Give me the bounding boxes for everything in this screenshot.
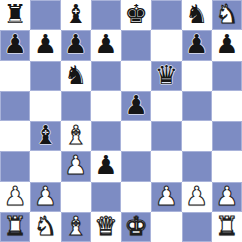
- black-queen-f6[interactable]: ♛: [155, 62, 178, 88]
- square-b5[interactable]: [30, 91, 60, 121]
- black-pawn-c7[interactable]: ♟: [64, 31, 87, 57]
- black-pawn-h7[interactable]: ♟: [215, 31, 238, 57]
- square-a6[interactable]: [0, 61, 30, 91]
- square-c5[interactable]: [61, 91, 91, 121]
- square-b6[interactable]: [30, 61, 60, 91]
- square-c1[interactable]: ♝: [61, 212, 91, 242]
- square-h8[interactable]: ♞: [212, 0, 242, 30]
- white-rook-a1[interactable]: ♜: [3, 213, 26, 239]
- square-c4[interactable]: ♝: [61, 121, 91, 151]
- square-g3[interactable]: [182, 151, 212, 181]
- square-c2[interactable]: [61, 182, 91, 212]
- square-a8[interactable]: ♜: [0, 0, 30, 30]
- black-pawn-a7[interactable]: ♟: [3, 31, 26, 57]
- white-queen-d1[interactable]: ♛: [94, 213, 117, 239]
- square-d8[interactable]: [91, 0, 121, 30]
- square-b3[interactable]: [30, 151, 60, 181]
- square-e4[interactable]: [121, 121, 151, 151]
- square-f7[interactable]: [151, 30, 181, 60]
- square-d7[interactable]: ♟: [91, 30, 121, 60]
- square-h2[interactable]: ♟: [212, 182, 242, 212]
- white-pawn-b2[interactable]: ♟: [34, 183, 57, 209]
- square-c7[interactable]: ♟: [61, 30, 91, 60]
- square-b2[interactable]: ♟: [30, 182, 60, 212]
- square-e5[interactable]: ♟: [121, 91, 151, 121]
- square-f8[interactable]: [151, 0, 181, 30]
- white-knight-b1[interactable]: ♞: [34, 213, 57, 239]
- square-g5[interactable]: [182, 91, 212, 121]
- square-b4[interactable]: ♝: [30, 121, 60, 151]
- square-c3[interactable]: ♟: [61, 151, 91, 181]
- square-g2[interactable]: ♟: [182, 182, 212, 212]
- square-g4[interactable]: [182, 121, 212, 151]
- square-g1[interactable]: [182, 212, 212, 242]
- white-pawn-c3[interactable]: ♟: [64, 152, 87, 178]
- square-a5[interactable]: [0, 91, 30, 121]
- square-h1[interactable]: ♜: [212, 212, 242, 242]
- square-e1[interactable]: ♚: [121, 212, 151, 242]
- square-b1[interactable]: ♞: [30, 212, 60, 242]
- white-pawn-h2[interactable]: ♟: [215, 183, 238, 209]
- square-d1[interactable]: ♛: [91, 212, 121, 242]
- square-h5[interactable]: [212, 91, 242, 121]
- white-bishop-c1[interactable]: ♝: [64, 213, 87, 239]
- black-pawn-b7[interactable]: ♟: [34, 31, 57, 57]
- black-pawn-g7[interactable]: ♟: [185, 31, 208, 57]
- square-a4[interactable]: [0, 121, 30, 151]
- square-b8[interactable]: [30, 0, 60, 30]
- square-a7[interactable]: ♟: [0, 30, 30, 60]
- white-knight-h8[interactable]: ♞: [215, 1, 238, 27]
- square-d6[interactable]: [91, 61, 121, 91]
- square-a1[interactable]: ♜: [0, 212, 30, 242]
- square-g6[interactable]: [182, 61, 212, 91]
- black-pawn-d7[interactable]: ♟: [94, 31, 117, 57]
- square-d4[interactable]: [91, 121, 121, 151]
- square-f6[interactable]: ♛: [151, 61, 181, 91]
- square-d3[interactable]: ♟: [91, 151, 121, 181]
- square-f1[interactable]: [151, 212, 181, 242]
- black-rook-a8[interactable]: ♜: [3, 1, 26, 27]
- black-knight-c6[interactable]: ♞: [64, 62, 87, 88]
- square-d2[interactable]: [91, 182, 121, 212]
- square-e7[interactable]: [121, 30, 151, 60]
- square-f5[interactable]: [151, 91, 181, 121]
- square-e8[interactable]: ♚: [121, 0, 151, 30]
- square-e3[interactable]: [121, 151, 151, 181]
- black-knight-g8[interactable]: ♞: [185, 1, 208, 27]
- square-b7[interactable]: ♟: [30, 30, 60, 60]
- black-king-e8[interactable]: ♚: [124, 1, 147, 27]
- square-g7[interactable]: ♟: [182, 30, 212, 60]
- square-a2[interactable]: ♟: [0, 182, 30, 212]
- square-a3[interactable]: [0, 151, 30, 181]
- square-h7[interactable]: ♟: [212, 30, 242, 60]
- square-h4[interactable]: [212, 121, 242, 151]
- square-e6[interactable]: [121, 61, 151, 91]
- white-pawn-a2[interactable]: ♟: [3, 183, 26, 209]
- black-bishop-c8[interactable]: ♝: [64, 1, 87, 27]
- white-pawn-f2[interactable]: ♟: [155, 183, 178, 209]
- square-f2[interactable]: ♟: [151, 182, 181, 212]
- white-pawn-g2[interactable]: ♟: [185, 183, 208, 209]
- white-bishop-c4[interactable]: ♝: [64, 122, 87, 148]
- black-bishop-b4[interactable]: ♝: [34, 122, 57, 148]
- black-pawn-e5[interactable]: ♟: [124, 92, 147, 118]
- square-f4[interactable]: [151, 121, 181, 151]
- black-pawn-d3[interactable]: ♟: [94, 152, 117, 178]
- square-c8[interactable]: ♝: [61, 0, 91, 30]
- square-f3[interactable]: [151, 151, 181, 181]
- square-e2[interactable]: [121, 182, 151, 212]
- square-c6[interactable]: ♞: [61, 61, 91, 91]
- white-rook-h1[interactable]: ♜: [215, 213, 238, 239]
- square-h3[interactable]: [212, 151, 242, 181]
- white-king-e1[interactable]: ♚: [124, 213, 147, 239]
- chess-board: ♜♝♚♞♞♟♟♟♟♟♟♞♛♟♝♝♟♟♟♟♟♟♟♜♞♝♛♚♜: [0, 0, 242, 242]
- square-d5[interactable]: [91, 91, 121, 121]
- square-h6[interactable]: [212, 61, 242, 91]
- square-g8[interactable]: ♞: [182, 0, 212, 30]
